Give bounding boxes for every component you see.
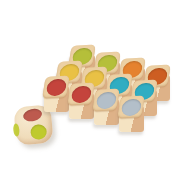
color-dot-red <box>45 78 67 96</box>
color-dot-gray <box>95 91 117 109</box>
wood-cube-r3c2 <box>68 83 95 121</box>
cube-top-face <box>92 88 120 111</box>
cube-top-face <box>67 82 95 105</box>
roller-die-top-dot <box>22 107 43 123</box>
cube-top-face <box>117 95 145 118</box>
product-photo-scene <box>0 0 192 192</box>
color-dot-red <box>70 85 92 103</box>
roller-die-front-dot <box>30 124 47 140</box>
wood-cube-r3c3 <box>93 89 120 127</box>
color-dot-gray <box>120 98 142 116</box>
cube-top-face <box>42 75 70 98</box>
roller-die-left-dot <box>13 123 20 136</box>
wood-cube-r3c4 <box>118 96 145 134</box>
wood-cube-r3c1 <box>43 76 70 114</box>
